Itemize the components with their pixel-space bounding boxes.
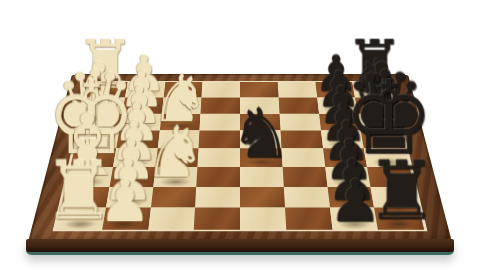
piece-shadow xyxy=(61,219,98,229)
white-knight-c3[interactable]: ♞ xyxy=(150,68,209,130)
piece-shadow xyxy=(118,158,151,167)
piece-shadow xyxy=(320,90,350,97)
white-pawn-h2[interactable]: ♟ xyxy=(99,173,152,229)
square-f4[interactable] xyxy=(196,167,240,187)
square-e3[interactable] xyxy=(155,148,198,167)
square-d8[interactable]: ♛ xyxy=(361,130,405,148)
square-g2[interactable]: ♟ xyxy=(106,187,153,208)
chess-set-photo: ♜♟♟♜♟♟♞♝♟♞♟♝♛♟♟♛♚♟♞♟♚♝♟♞♟♟♟♜♟♟♜ xyxy=(0,0,480,270)
square-f3[interactable]: ♞ xyxy=(153,167,198,187)
piece-shadow xyxy=(336,219,372,229)
square-d1[interactable]: ♛ xyxy=(75,130,119,148)
square-d4[interactable] xyxy=(199,130,240,148)
black-pawn-b7[interactable]: ♟ xyxy=(316,65,361,113)
square-d3[interactable] xyxy=(157,130,199,148)
piece-shadow xyxy=(107,219,143,229)
square-c4[interactable] xyxy=(200,114,240,131)
square-e2[interactable]: ♟ xyxy=(113,148,158,167)
square-a1[interactable]: ♜ xyxy=(86,82,127,97)
piece-shadow xyxy=(361,106,392,114)
square-h4[interactable] xyxy=(194,208,240,230)
black-pawn-h7[interactable]: ♟ xyxy=(329,173,382,229)
piece-shadow xyxy=(334,198,369,208)
piece-shadow xyxy=(367,140,400,148)
square-c5[interactable] xyxy=(240,114,280,131)
black-pawn-a7[interactable]: ♟ xyxy=(314,50,358,97)
white-bishop-c1[interactable]: ♝ xyxy=(63,55,134,130)
black-pawn-e7[interactable]: ♟ xyxy=(322,115,371,167)
black-king-e8[interactable]: ♚ xyxy=(343,70,434,166)
square-e6[interactable] xyxy=(281,148,324,167)
square-a4[interactable] xyxy=(202,82,240,97)
piece-shadow xyxy=(245,158,277,167)
square-f5[interactable] xyxy=(240,167,284,187)
square-c7[interactable]: ♟ xyxy=(319,114,361,131)
piece-shadow xyxy=(382,219,419,229)
square-d7[interactable]: ♟ xyxy=(321,130,364,148)
square-b8[interactable]: ♞ xyxy=(355,97,397,113)
piece-shadow xyxy=(115,177,149,186)
square-b1[interactable] xyxy=(83,97,125,113)
square-b5[interactable] xyxy=(240,97,279,113)
square-e4[interactable] xyxy=(198,148,240,167)
square-h3[interactable] xyxy=(148,208,195,230)
square-b6[interactable] xyxy=(278,97,318,113)
square-c8[interactable]: ♝ xyxy=(358,114,401,131)
square-h7[interactable]: ♟ xyxy=(330,208,379,230)
square-a3[interactable] xyxy=(163,82,202,97)
square-h1[interactable]: ♜ xyxy=(56,208,106,230)
square-b2[interactable]: ♟ xyxy=(122,97,163,113)
square-b3[interactable] xyxy=(161,97,201,113)
white-pawn-d2[interactable]: ♟ xyxy=(113,98,161,148)
white-knight-f3[interactable]: ♞ xyxy=(143,119,206,186)
square-f7[interactable]: ♟ xyxy=(325,167,371,187)
square-a7[interactable]: ♟ xyxy=(315,82,355,97)
wood-grain-overlay xyxy=(28,74,452,242)
square-h5[interactable] xyxy=(240,208,286,230)
square-g4[interactable] xyxy=(195,187,240,208)
black-pawn-f7[interactable]: ♟ xyxy=(324,133,374,186)
square-b4[interactable] xyxy=(201,97,240,113)
square-a5[interactable] xyxy=(240,82,278,97)
square-b7[interactable]: ♟ xyxy=(317,97,358,113)
square-g5[interactable] xyxy=(240,187,285,208)
square-c3[interactable]: ♞ xyxy=(159,114,200,131)
piece-shadow xyxy=(124,122,156,130)
square-c2[interactable]: ♟ xyxy=(119,114,161,131)
piece-shadow xyxy=(121,140,153,148)
piece-shadow xyxy=(329,158,362,167)
square-a6[interactable] xyxy=(277,82,316,97)
piece-shadow xyxy=(158,177,192,186)
white-pawn-g2[interactable]: ♟ xyxy=(102,153,153,208)
square-d6[interactable] xyxy=(280,130,322,148)
piece-shadow xyxy=(322,106,353,114)
square-g1[interactable] xyxy=(61,187,109,208)
black-knight-b8[interactable]: ♞ xyxy=(349,52,406,113)
square-e7[interactable]: ♟ xyxy=(323,148,368,167)
piece-shadow xyxy=(84,122,116,130)
piece-shadow xyxy=(130,90,160,97)
square-g3[interactable] xyxy=(150,187,196,208)
board-front-edge xyxy=(26,239,454,255)
black-bishop-c8[interactable]: ♝ xyxy=(345,55,416,130)
piece-shadow xyxy=(127,106,158,114)
white-bishop-f1[interactable]: ♝ xyxy=(49,105,126,186)
black-rook-a8[interactable]: ♜ xyxy=(344,33,404,97)
piece-shadow xyxy=(76,158,110,167)
piece-shadow xyxy=(91,90,121,97)
black-rook-h8[interactable]: ♜ xyxy=(365,153,437,230)
white-pawn-f2[interactable]: ♟ xyxy=(106,133,156,186)
square-f6[interactable] xyxy=(282,167,327,187)
white-rook-h1[interactable]: ♜ xyxy=(43,153,115,230)
white-king-e1[interactable]: ♚ xyxy=(46,70,137,166)
square-d2[interactable]: ♟ xyxy=(116,130,159,148)
black-knight-e5[interactable]: ♞ xyxy=(230,101,292,166)
board-grid: ♜♟♟♜♟♟♞♝♟♞♟♝♛♟♟♛♚♟♞♟♚♝♟♞♟♟♟♜♟♟♜ xyxy=(56,82,424,230)
square-d5[interactable] xyxy=(240,130,281,148)
white-queen-d1[interactable]: ♛ xyxy=(54,61,136,148)
white-rook-a1[interactable]: ♜ xyxy=(76,33,136,97)
square-a2[interactable]: ♟ xyxy=(125,82,165,97)
piece-shadow xyxy=(164,122,195,130)
black-pawn-d7[interactable]: ♟ xyxy=(320,98,368,148)
white-pawn-c2[interactable]: ♟ xyxy=(116,81,162,130)
square-f8[interactable] xyxy=(367,167,414,187)
white-pawn-b2[interactable]: ♟ xyxy=(119,65,164,113)
black-pawn-c7[interactable]: ♟ xyxy=(318,81,364,130)
piece-shadow xyxy=(80,140,113,148)
piece-shadow xyxy=(71,177,106,186)
piece-shadow xyxy=(364,122,396,130)
square-e8[interactable]: ♚ xyxy=(364,148,410,167)
square-g6[interactable] xyxy=(284,187,330,208)
square-f1[interactable]: ♝ xyxy=(66,167,113,187)
white-pawn-e2[interactable]: ♟ xyxy=(110,115,159,167)
square-h2[interactable]: ♟ xyxy=(102,208,151,230)
piece-shadow xyxy=(327,140,359,148)
chess-board: ♜♟♟♜♟♟♞♝♟♞♟♝♛♟♟♛♚♟♞♟♚♝♟♞♟♟♟♜♟♟♜ xyxy=(28,74,452,242)
square-f2[interactable]: ♟ xyxy=(109,167,155,187)
square-h8[interactable]: ♜ xyxy=(374,208,424,230)
square-e5[interactable]: ♞ xyxy=(240,148,282,167)
square-c1[interactable]: ♝ xyxy=(79,114,122,131)
square-g8[interactable] xyxy=(371,187,419,208)
square-e1[interactable]: ♚ xyxy=(70,148,116,167)
white-pawn-a2[interactable]: ♟ xyxy=(122,50,166,97)
black-pawn-g7[interactable]: ♟ xyxy=(326,153,377,208)
piece-shadow xyxy=(111,198,146,208)
piece-shadow xyxy=(324,122,356,130)
black-queen-d8[interactable]: ♛ xyxy=(343,61,425,148)
piece-shadow xyxy=(371,158,405,167)
square-h6[interactable] xyxy=(285,208,332,230)
square-c6[interactable] xyxy=(279,114,320,131)
square-a8[interactable]: ♜ xyxy=(352,82,393,97)
board-inner-strip: ♜♟♟♜♟♟♞♝♟♞♟♝♛♟♟♛♚♟♞♟♚♝♟♞♟♟♟♜♟♟♜ xyxy=(53,81,428,231)
piece-shadow xyxy=(358,90,388,97)
piece-shadow xyxy=(331,177,365,186)
square-g7[interactable]: ♟ xyxy=(327,187,374,208)
board-scene: ♜♟♟♜♟♟♞♝♟♞♟♝♛♟♟♛♚♟♞♟♚♝♟♞♟♟♟♜♟♟♜ xyxy=(28,0,452,242)
